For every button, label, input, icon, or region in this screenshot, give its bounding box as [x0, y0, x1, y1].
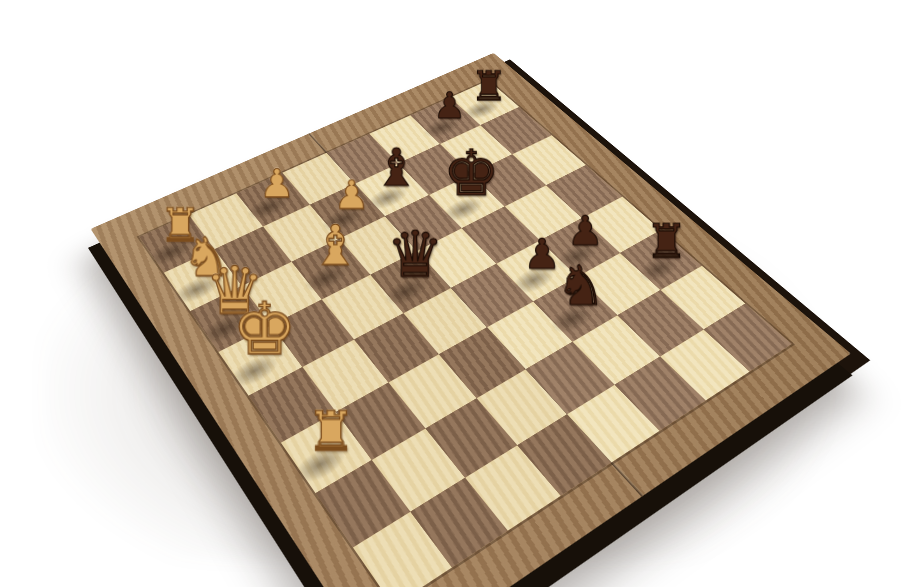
piece-black-queen-d4[interactable]: ♛: [375, 223, 455, 287]
piece-white-pawn-a3[interactable]: ♟: [240, 164, 314, 203]
piece-black-knight-f6[interactable]: ♞: [540, 259, 622, 314]
piece-white-bishop-c3[interactable]: ♝: [296, 218, 375, 273]
board-grid: ♜♞♛♚♜♟♝♟♝♛♚♟♞♟♟♜♜: [139, 80, 792, 587]
piece-white-pawn-b4[interactable]: ♟: [314, 176, 389, 215]
perspective-wrapper: ♜♞♛♚♜♟♝♟♝♛♚♟♞♟♟♜♜: [0, 0, 902, 587]
piece-black-king-c6[interactable]: ♚: [434, 142, 508, 205]
piece-black-pawn-a7[interactable]: ♟: [415, 88, 484, 124]
piece-black-rook-f8[interactable]: ♜: [627, 217, 705, 264]
piece-white-king-d1[interactable]: ♚: [222, 293, 307, 365]
chess-photo-scene: ♜♞♛♚♜♟♝♟♝♛♚♟♞♟♟♜♜: [0, 0, 902, 587]
chess-board: ♜♞♛♚♜♟♝♟♝♛♚♟♞♟♟♜♜: [91, 53, 851, 587]
piece-white-rook-f1[interactable]: ♜: [285, 403, 376, 458]
